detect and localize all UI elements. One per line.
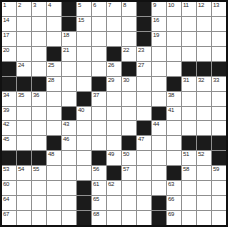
cell-r15c7[interactable]: 68 xyxy=(92,211,106,225)
cell-r11c5[interactable] xyxy=(62,151,76,165)
cell-r7c2[interactable]: 35 xyxy=(17,92,31,106)
cell-r12c13[interactable]: 58 xyxy=(182,166,196,180)
cell-r9c15[interactable] xyxy=(212,121,226,135)
cell-r2c5-black xyxy=(62,17,76,31)
cell-r12c5[interactable] xyxy=(62,166,76,180)
clue-number-46: 46 xyxy=(63,136,69,143)
cell-r15c5[interactable] xyxy=(62,211,76,225)
cell-r10c1[interactable]: 45 xyxy=(2,136,16,150)
cell-r14c2[interactable] xyxy=(17,196,31,210)
cell-r14c10[interactable] xyxy=(137,196,151,210)
cell-r7c4[interactable] xyxy=(47,92,61,106)
clue-number-25: 25 xyxy=(48,62,54,69)
cell-r12c9[interactable]: 57 xyxy=(122,166,136,180)
cell-r6c13[interactable]: 31 xyxy=(182,77,196,91)
cell-r4c12[interactable] xyxy=(167,47,181,61)
cell-r1c7[interactable]: 6 xyxy=(92,2,106,16)
cell-r1c9[interactable]: 8 xyxy=(122,2,136,16)
cell-r12c15[interactable]: 59 xyxy=(212,166,226,180)
cell-r11c8[interactable]: 49 xyxy=(107,151,121,165)
cell-r11c4[interactable]: 48 xyxy=(47,151,61,165)
cell-r14c15[interactable] xyxy=(212,196,226,210)
clue-number-30: 30 xyxy=(123,77,129,84)
cell-r7c7[interactable]: 37 xyxy=(92,92,106,106)
cell-r4c2[interactable] xyxy=(17,47,31,61)
cell-r9c4[interactable] xyxy=(47,121,61,135)
cell-r8c4[interactable] xyxy=(47,107,61,121)
clue-number-13: 13 xyxy=(213,2,219,9)
cell-r15c6-black xyxy=(77,211,91,225)
clue-number-41: 41 xyxy=(168,107,174,114)
cell-r1c13[interactable]: 11 xyxy=(182,2,196,16)
cell-r11c13[interactable]: 51 xyxy=(182,151,196,165)
clue-number-34: 34 xyxy=(3,92,9,99)
cell-r13c9[interactable] xyxy=(122,181,136,195)
clue-number-69: 69 xyxy=(168,211,174,218)
cell-r3c15[interactable] xyxy=(212,32,226,46)
cell-r9c9[interactable] xyxy=(122,121,136,135)
cell-r3c3[interactable] xyxy=(32,32,46,46)
cell-r5c4[interactable]: 25 xyxy=(47,62,61,76)
clue-number-1: 1 xyxy=(3,2,6,9)
cell-r6c9[interactable]: 30 xyxy=(122,77,136,91)
clue-number-28: 28 xyxy=(48,77,54,84)
cell-r15c9[interactable] xyxy=(122,211,136,225)
cell-r11c12[interactable] xyxy=(167,151,181,165)
cell-r11c7-black xyxy=(92,151,106,165)
cell-r7c9[interactable] xyxy=(122,92,136,106)
cell-r2c8[interactable] xyxy=(107,17,121,31)
cell-r10c2[interactable] xyxy=(17,136,31,150)
clue-number-31: 31 xyxy=(183,77,189,84)
cell-r15c11-black xyxy=(152,211,166,225)
cell-r10c5[interactable]: 46 xyxy=(62,136,76,150)
cell-r2c9[interactable] xyxy=(122,17,136,31)
cell-r7c3[interactable]: 36 xyxy=(32,92,46,106)
cell-r10c8[interactable] xyxy=(107,136,121,150)
cell-r12c1[interactable]: 53 xyxy=(2,166,16,180)
cell-r9c3[interactable] xyxy=(32,121,46,135)
cell-r13c15[interactable] xyxy=(212,181,226,195)
cell-r9c12[interactable] xyxy=(167,121,181,135)
cell-r8c3[interactable] xyxy=(32,107,46,121)
cell-r2c3[interactable] xyxy=(32,17,46,31)
cell-r14c7[interactable]: 65 xyxy=(92,196,106,210)
cell-r13c2[interactable] xyxy=(17,181,31,195)
cell-r8c10[interactable] xyxy=(137,107,151,121)
cell-r6c4[interactable]: 28 xyxy=(47,77,61,91)
cell-r2c6[interactable]: 15 xyxy=(77,17,91,31)
clue-number-48: 48 xyxy=(48,151,54,158)
cell-r5c14-black xyxy=(197,62,211,76)
cell-r4c6[interactable] xyxy=(77,47,91,61)
clue-number-62: 62 xyxy=(108,181,114,188)
clue-number-22: 22 xyxy=(123,47,129,54)
cell-r12c11[interactable] xyxy=(152,166,166,180)
cell-r11c11[interactable] xyxy=(152,151,166,165)
cell-r5c10[interactable]: 27 xyxy=(137,62,151,76)
cell-r5c1-black xyxy=(2,62,16,76)
cell-r9c1[interactable]: 42 xyxy=(2,121,16,135)
cell-r6c8[interactable]: 29 xyxy=(107,77,121,91)
cell-r2c11[interactable]: 16 xyxy=(152,17,166,31)
cell-r13c12[interactable]: 63 xyxy=(167,181,181,195)
cell-r10c15-black xyxy=(212,136,226,150)
cell-r11c3-black xyxy=(32,151,46,165)
cell-r11c2-black xyxy=(17,151,31,165)
cell-r6c11[interactable] xyxy=(152,77,166,91)
cell-r1c4[interactable]: 4 xyxy=(47,2,61,16)
clue-number-3: 3 xyxy=(33,2,36,9)
cell-r4c4-black xyxy=(47,47,61,61)
cell-r4c14[interactable] xyxy=(197,47,211,61)
clue-number-65: 65 xyxy=(93,196,99,203)
cell-r14c12[interactable]: 66 xyxy=(167,196,181,210)
cell-r3c6[interactable] xyxy=(77,32,91,46)
cell-r7c14[interactable] xyxy=(197,92,211,106)
cell-r11c6[interactable] xyxy=(77,151,91,165)
cell-r4c15[interactable] xyxy=(212,47,226,61)
cell-r8c6[interactable]: 40 xyxy=(77,107,91,121)
clue-number-56: 56 xyxy=(93,166,99,173)
clue-number-66: 66 xyxy=(168,196,174,203)
cell-r15c15[interactable] xyxy=(212,211,226,225)
cell-r8c2[interactable] xyxy=(17,107,31,121)
clue-number-63: 63 xyxy=(168,181,174,188)
cell-r3c12[interactable] xyxy=(167,32,181,46)
clue-number-39: 39 xyxy=(3,107,9,114)
cell-r2c1[interactable]: 14 xyxy=(2,17,16,31)
cell-r3c10-black xyxy=(137,32,151,46)
cell-r5c7[interactable] xyxy=(92,62,106,76)
clue-number-64: 64 xyxy=(3,196,9,203)
cell-r11c10[interactable] xyxy=(137,151,151,165)
clue-number-16: 16 xyxy=(153,17,159,24)
cell-r5c12[interactable] xyxy=(167,62,181,76)
cell-r7c15[interactable] xyxy=(212,92,226,106)
cell-r9c2[interactable] xyxy=(17,121,31,135)
clue-number-33: 33 xyxy=(213,77,219,84)
cell-r5c8[interactable]: 26 xyxy=(107,62,121,76)
cell-r5c15-black xyxy=(212,62,226,76)
clue-number-32: 32 xyxy=(198,77,204,84)
cell-r14c8[interactable] xyxy=(107,196,121,210)
cell-r14c14[interactable] xyxy=(197,196,211,210)
cell-r14c1[interactable]: 64 xyxy=(2,196,16,210)
cell-r10c4-black xyxy=(47,136,61,150)
cell-r13c6-black xyxy=(77,181,91,195)
cell-r15c14[interactable] xyxy=(197,211,211,225)
cell-r2c14[interactable] xyxy=(197,17,211,31)
cell-r9c10-black xyxy=(137,121,151,135)
cell-r5c13-black xyxy=(182,62,196,76)
cell-r3c8[interactable] xyxy=(107,32,121,46)
cell-r14c5[interactable] xyxy=(62,196,76,210)
clue-number-38: 38 xyxy=(168,92,174,99)
cell-r4c1[interactable]: 20 xyxy=(2,47,16,61)
cell-r6c1-black xyxy=(2,77,16,91)
cell-r1c8[interactable]: 7 xyxy=(107,2,121,16)
clue-number-10: 10 xyxy=(168,2,174,9)
clue-number-51: 51 xyxy=(183,151,189,158)
cell-r7c12[interactable]: 38 xyxy=(167,92,181,106)
clue-number-59: 59 xyxy=(213,166,219,173)
cell-r7c8[interactable] xyxy=(107,92,121,106)
cell-r15c2[interactable] xyxy=(17,211,31,225)
cell-r4c13[interactable] xyxy=(182,47,196,61)
cell-r9c5[interactable]: 43 xyxy=(62,121,76,135)
cell-r12c14[interactable] xyxy=(197,166,211,180)
cell-r14c11-black xyxy=(152,196,166,210)
clue-number-58: 58 xyxy=(183,166,189,173)
cell-r14c6-black xyxy=(77,196,91,210)
cell-r2c4[interactable] xyxy=(47,17,61,31)
clue-number-23: 23 xyxy=(138,47,144,54)
clue-number-17: 17 xyxy=(3,32,9,39)
cell-r13c5[interactable] xyxy=(62,181,76,195)
cell-r15c1[interactable]: 67 xyxy=(2,211,16,225)
cell-r15c3[interactable] xyxy=(32,211,46,225)
cell-r3c1[interactable]: 17 xyxy=(2,32,16,46)
clue-number-44: 44 xyxy=(153,121,159,128)
cell-r6c7-black xyxy=(92,77,106,91)
crossword-puzzle: 1234567891011121314151617181920212223242… xyxy=(0,0,229,228)
cell-r12c12-black xyxy=(167,166,181,180)
cell-r10c11[interactable] xyxy=(152,136,166,150)
crossword-grid: 1234567891011121314151617181920212223242… xyxy=(0,0,228,227)
cell-r13c14[interactable] xyxy=(197,181,211,195)
cell-r10c9-black xyxy=(122,136,136,150)
cell-r8c13[interactable] xyxy=(182,107,196,121)
cell-r12c10[interactable] xyxy=(137,166,151,180)
cell-r7c6-black xyxy=(77,92,91,106)
cell-r8c14[interactable] xyxy=(197,107,211,121)
clue-number-60: 60 xyxy=(3,181,9,188)
cell-r4c7[interactable] xyxy=(92,47,106,61)
cell-r4c11[interactable] xyxy=(152,47,166,61)
clue-number-35: 35 xyxy=(18,92,24,99)
cell-r3c4[interactable] xyxy=(47,32,61,46)
cell-r4c9[interactable]: 22 xyxy=(122,47,136,61)
clue-number-68: 68 xyxy=(93,211,99,218)
clue-number-5: 5 xyxy=(78,2,81,9)
clue-number-19: 19 xyxy=(153,32,159,39)
cell-r7c11[interactable] xyxy=(152,92,166,106)
clue-number-4: 4 xyxy=(48,2,51,9)
cell-r2c10-black xyxy=(137,17,151,31)
cell-r1c11[interactable]: 9 xyxy=(152,2,166,16)
cell-r9c14[interactable] xyxy=(197,121,211,135)
cell-r3c5[interactable]: 18 xyxy=(62,32,76,46)
clue-number-40: 40 xyxy=(78,107,84,114)
cell-r13c10[interactable] xyxy=(137,181,151,195)
clue-number-36: 36 xyxy=(33,92,39,99)
clue-number-42: 42 xyxy=(3,121,9,128)
cell-r9c6[interactable] xyxy=(77,121,91,135)
clue-number-47: 47 xyxy=(138,136,144,143)
cell-r2c15[interactable] xyxy=(212,17,226,31)
cell-r8c1[interactable]: 39 xyxy=(2,107,16,121)
clue-number-14: 14 xyxy=(3,17,9,24)
clue-number-18: 18 xyxy=(63,32,69,39)
cell-r5c6[interactable] xyxy=(77,62,91,76)
cell-r1c10-black xyxy=(137,2,151,16)
cell-r12c2[interactable]: 54 xyxy=(17,166,31,180)
cell-r8c9[interactable] xyxy=(122,107,136,121)
clue-number-2: 2 xyxy=(18,2,21,9)
cell-r5c9-black xyxy=(122,62,136,76)
clue-number-37: 37 xyxy=(93,92,99,99)
clue-number-61: 61 xyxy=(93,181,99,188)
cell-r9c7[interactable] xyxy=(92,121,106,135)
cell-r7c1[interactable]: 34 xyxy=(2,92,16,106)
cell-r14c3[interactable] xyxy=(32,196,46,210)
cell-r2c12[interactable] xyxy=(167,17,181,31)
cell-r13c1[interactable]: 60 xyxy=(2,181,16,195)
cell-r13c3[interactable] xyxy=(32,181,46,195)
cell-r8c5-black xyxy=(62,107,76,121)
cell-r5c3[interactable] xyxy=(32,62,46,76)
cell-r1c3[interactable]: 3 xyxy=(32,2,46,16)
cell-r2c13[interactable] xyxy=(182,17,196,31)
cell-r4c10[interactable]: 23 xyxy=(137,47,151,61)
cell-r12c3[interactable]: 55 xyxy=(32,166,46,180)
cell-r11c9[interactable]: 50 xyxy=(122,151,136,165)
cell-r15c12[interactable]: 69 xyxy=(167,211,181,225)
clue-number-20: 20 xyxy=(3,47,9,54)
cell-r15c13[interactable] xyxy=(182,211,196,225)
clue-number-24: 24 xyxy=(18,62,24,69)
cell-r11c1-black xyxy=(2,151,16,165)
cell-r10c13-black xyxy=(182,136,196,150)
cell-r6c5[interactable] xyxy=(62,77,76,91)
cell-r6c15[interactable]: 33 xyxy=(212,77,226,91)
cell-r9c11[interactable]: 44 xyxy=(152,121,166,135)
cell-r8c8[interactable] xyxy=(107,107,121,121)
clue-number-29: 29 xyxy=(108,77,114,84)
cell-r15c10[interactable] xyxy=(137,211,151,225)
clue-number-57: 57 xyxy=(123,166,129,173)
cell-r12c4[interactable] xyxy=(47,166,61,180)
cell-r5c5[interactable] xyxy=(62,62,76,76)
cell-r3c13[interactable] xyxy=(182,32,196,46)
cell-r10c12[interactable] xyxy=(167,136,181,150)
cell-r5c11[interactable] xyxy=(152,62,166,76)
cell-r12c8-black xyxy=(107,166,121,180)
cell-r6c3-black xyxy=(32,77,46,91)
cell-r8c15[interactable] xyxy=(212,107,226,121)
cell-r10c10[interactable]: 47 xyxy=(137,136,151,150)
clue-number-21: 21 xyxy=(63,47,69,54)
cell-r6c12-black xyxy=(167,77,181,91)
clue-number-11: 11 xyxy=(183,2,189,9)
cell-r5c2[interactable]: 24 xyxy=(17,62,31,76)
cell-r1c5-black xyxy=(62,2,76,16)
cell-r1c1[interactable]: 1 xyxy=(2,2,16,16)
cell-r10c3[interactable] xyxy=(32,136,46,150)
cell-r10c6[interactable] xyxy=(77,136,91,150)
cell-r14c13[interactable] xyxy=(182,196,196,210)
cell-r13c4[interactable] xyxy=(47,181,61,195)
cell-r1c15[interactable]: 13 xyxy=(212,2,226,16)
cell-r12c7[interactable]: 56 xyxy=(92,166,106,180)
cell-r3c2[interactable] xyxy=(17,32,31,46)
cell-r3c7[interactable] xyxy=(92,32,106,46)
cell-r1c2[interactable]: 2 xyxy=(17,2,31,16)
cell-r13c11[interactable] xyxy=(152,181,166,195)
cell-r12c6[interactable] xyxy=(77,166,91,180)
cell-r4c8-black xyxy=(107,47,121,61)
cell-r1c14[interactable]: 12 xyxy=(197,2,211,16)
clue-number-52: 52 xyxy=(198,151,204,158)
cell-r8c11-black xyxy=(152,107,166,121)
clue-number-67: 67 xyxy=(3,211,9,218)
clue-number-45: 45 xyxy=(3,136,9,143)
cell-r13c7[interactable]: 61 xyxy=(92,181,106,195)
cell-r4c3[interactable] xyxy=(32,47,46,61)
cell-r15c8[interactable] xyxy=(107,211,121,225)
clue-number-26: 26 xyxy=(108,62,114,69)
cell-r13c8[interactable]: 62 xyxy=(107,181,121,195)
cell-r1c12[interactable]: 10 xyxy=(167,2,181,16)
cell-r15c4[interactable] xyxy=(47,211,61,225)
clue-number-55: 55 xyxy=(33,166,39,173)
cell-r6c6[interactable] xyxy=(77,77,91,91)
cell-r8c12[interactable]: 41 xyxy=(167,107,181,121)
cell-r9c8[interactable] xyxy=(107,121,121,135)
clue-number-54: 54 xyxy=(18,166,24,173)
cell-r3c14[interactable] xyxy=(197,32,211,46)
clue-number-50: 50 xyxy=(123,151,129,158)
cell-r4c5[interactable]: 21 xyxy=(62,47,76,61)
clue-number-12: 12 xyxy=(198,2,204,9)
cell-r3c11[interactable]: 19 xyxy=(152,32,166,46)
cell-r8c7[interactable] xyxy=(92,107,106,121)
cell-r2c7[interactable] xyxy=(92,17,106,31)
cell-r7c10[interactable] xyxy=(137,92,151,106)
clue-number-53: 53 xyxy=(3,166,9,173)
cell-r2c2[interactable] xyxy=(17,17,31,31)
clue-number-9: 9 xyxy=(153,2,156,9)
cell-r6c2-black xyxy=(17,77,31,91)
clue-number-43: 43 xyxy=(63,121,69,128)
clue-number-15: 15 xyxy=(78,17,84,24)
clue-number-49: 49 xyxy=(108,151,114,158)
clue-number-6: 6 xyxy=(93,2,96,9)
cell-r13c13[interactable] xyxy=(182,181,196,195)
cell-r14c9[interactable] xyxy=(122,196,136,210)
cell-r6c10[interactable] xyxy=(137,77,151,91)
cell-r7c13[interactable] xyxy=(182,92,196,106)
clue-number-27: 27 xyxy=(138,62,144,69)
cell-r11c15-black xyxy=(212,151,226,165)
cell-r7c5[interactable] xyxy=(62,92,76,106)
cell-r6c14[interactable]: 32 xyxy=(197,77,211,91)
clue-number-8: 8 xyxy=(123,2,126,9)
cell-r11c14[interactable]: 52 xyxy=(197,151,211,165)
cell-r10c7[interactable] xyxy=(92,136,106,150)
cell-r14c4[interactable] xyxy=(47,196,61,210)
cell-r1c6[interactable]: 5 xyxy=(77,2,91,16)
clue-number-7: 7 xyxy=(108,2,111,9)
cell-r9c13[interactable] xyxy=(182,121,196,135)
cell-r3c9[interactable] xyxy=(122,32,136,46)
cell-r10c14-black xyxy=(197,136,211,150)
